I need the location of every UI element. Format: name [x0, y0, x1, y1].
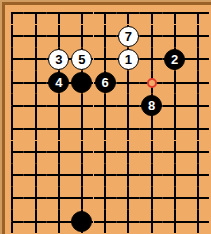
board-intersection [1, 117, 24, 140]
board-intersection [186, 1, 209, 24]
board-intersection [24, 71, 47, 94]
board-intersection [186, 141, 209, 164]
board-intersection [24, 25, 47, 48]
board-intersection [117, 164, 140, 187]
board-intersection [186, 210, 209, 233]
board-intersection [1, 25, 24, 48]
board-intersection [1, 164, 24, 187]
board-intersection [140, 187, 163, 210]
board-intersection [117, 71, 140, 94]
board-intersection [1, 71, 24, 94]
board-intersection [140, 1, 163, 24]
board-intersection [70, 187, 93, 210]
board-intersection [1, 141, 24, 164]
go-board-grid: 73512468 [1, 1, 210, 233]
board-intersection [117, 187, 140, 210]
board-intersection [94, 141, 117, 164]
board-intersection: 4 [47, 71, 70, 94]
board-intersection [163, 71, 186, 94]
board-intersection [70, 71, 93, 94]
board-intersection [1, 1, 24, 24]
board-intersection [163, 164, 186, 187]
board-intersection [1, 187, 24, 210]
board-intersection [94, 1, 117, 24]
board-intersection [24, 210, 47, 233]
board-intersection [94, 187, 117, 210]
board-intersection [140, 210, 163, 233]
board-intersection [163, 187, 186, 210]
board-intersection: 5 [70, 48, 93, 71]
board-intersection [117, 1, 140, 24]
white-stone: 1 [118, 49, 139, 70]
white-stone: 3 [48, 49, 69, 70]
board-intersection: 8 [140, 94, 163, 117]
board-intersection [47, 94, 70, 117]
board-intersection [186, 164, 209, 187]
board-intersection [24, 164, 47, 187]
board-intersection [24, 48, 47, 71]
board-intersection [94, 117, 117, 140]
black-stone: 8 [141, 95, 162, 116]
board-intersection [24, 187, 47, 210]
board-intersection [186, 48, 209, 71]
red-circle-marker [147, 78, 157, 88]
board-intersection [70, 164, 93, 187]
board-intersection [70, 210, 93, 233]
board-intersection [186, 71, 209, 94]
board-intersection [186, 25, 209, 48]
board-intersection [94, 25, 117, 48]
board-intersection: 1 [117, 48, 140, 71]
board-intersection [47, 25, 70, 48]
board-intersection [186, 187, 209, 210]
board-intersection [47, 210, 70, 233]
board-intersection: 7 [117, 25, 140, 48]
board-intersection [24, 1, 47, 24]
board-intersection [117, 210, 140, 233]
board-intersection [117, 117, 140, 140]
board-intersection [186, 94, 209, 117]
board-intersection [70, 1, 93, 24]
board-intersection [163, 117, 186, 140]
board-intersection [94, 48, 117, 71]
board-intersection [47, 117, 70, 140]
black-stone: 2 [164, 49, 185, 70]
board-intersection [163, 1, 186, 24]
board-intersection [140, 141, 163, 164]
board-intersection [94, 164, 117, 187]
board-intersection [140, 164, 163, 187]
board-intersection [47, 164, 70, 187]
board-intersection [163, 141, 186, 164]
board-intersection [140, 48, 163, 71]
board-intersection [163, 25, 186, 48]
board-intersection [1, 94, 24, 117]
board-intersection [70, 117, 93, 140]
board-intersection [47, 187, 70, 210]
board-intersection [70, 94, 93, 117]
white-stone: 5 [71, 49, 92, 70]
board-intersection [70, 141, 93, 164]
board-intersection [1, 48, 24, 71]
black-stone: 6 [95, 72, 116, 93]
board-intersection [117, 94, 140, 117]
board-intersection [140, 117, 163, 140]
board-intersection [117, 141, 140, 164]
board-intersection [94, 94, 117, 117]
board-intersection [1, 210, 24, 233]
board-intersection [47, 141, 70, 164]
board-intersection [70, 25, 93, 48]
board-intersection [140, 71, 163, 94]
board-intersection [24, 141, 47, 164]
board-intersection [24, 117, 47, 140]
go-board-diagram: 73512468 [0, 0, 211, 234]
board-intersection [24, 94, 47, 117]
black-stone [71, 72, 92, 93]
board-intersection [140, 25, 163, 48]
board-intersection: 2 [163, 48, 186, 71]
board-intersection [163, 94, 186, 117]
board-intersection [94, 210, 117, 233]
black-stone: 4 [48, 72, 69, 93]
board-intersection [163, 210, 186, 233]
board-intersection [47, 1, 70, 24]
white-stone: 7 [118, 26, 139, 47]
black-stone [71, 211, 92, 232]
board-intersection: 6 [94, 71, 117, 94]
board-intersection [186, 117, 209, 140]
board-intersection: 3 [47, 48, 70, 71]
